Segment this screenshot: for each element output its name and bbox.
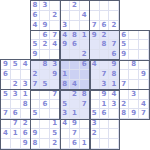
- sudoku-cell-given[interactable]: 9: [1, 60, 11, 70]
- sudoku-cell-empty[interactable]: [139, 90, 149, 100]
- given-digit: 8: [131, 61, 136, 68]
- sudoku-cell-given[interactable]: 7: [109, 40, 119, 50]
- given-digit: 1: [102, 101, 107, 108]
- sudoku-cell-given[interactable]: 9: [129, 109, 139, 119]
- empty-space: [129, 11, 139, 21]
- sudoku-cell-empty[interactable]: [100, 119, 110, 129]
- empty-space: [129, 119, 139, 129]
- sudoku-cell-empty[interactable]: [80, 129, 90, 139]
- given-digit: 8: [42, 61, 47, 68]
- sudoku-cell-empty[interactable]: [139, 50, 149, 60]
- given-digit: 3: [131, 91, 136, 98]
- empty-space: [119, 11, 129, 21]
- sudoku-cell-given[interactable]: 5: [31, 109, 41, 119]
- sudoku-cell-given[interactable]: 5: [50, 129, 60, 139]
- given-digit: 9: [23, 140, 28, 147]
- given-digit: 1: [111, 81, 116, 88]
- given-digit: 5: [13, 61, 18, 68]
- sudoku-cell-given[interactable]: 3: [40, 1, 50, 11]
- sudoku-cell-given[interactable]: 9: [119, 50, 129, 60]
- sudoku-cell-given[interactable]: 7: [50, 31, 60, 41]
- sudoku-cell-empty[interactable]: [60, 90, 70, 100]
- sudoku-cell-given[interactable]: 4: [80, 11, 90, 21]
- sudoku-cell-given[interactable]: 6: [119, 31, 129, 41]
- given-digit: 9: [131, 110, 136, 117]
- empty-space: [21, 50, 31, 60]
- given-digit: 4: [62, 32, 67, 39]
- given-digit: 1: [72, 110, 77, 117]
- sudoku-cell-empty[interactable]: [40, 90, 50, 100]
- given-digit: 3: [62, 22, 67, 29]
- empty-space: [1, 21, 11, 31]
- sudoku-cell-given[interactable]: 2: [80, 50, 90, 60]
- sudoku-cell-empty[interactable]: [60, 60, 70, 70]
- empty-space: [139, 21, 149, 31]
- empty-space: [1, 1, 11, 11]
- sudoku-cell-given[interactable]: 2: [40, 40, 50, 50]
- sudoku-cell-given[interactable]: 9: [50, 70, 60, 80]
- sudoku-cell-given[interactable]: 9: [21, 139, 31, 149]
- given-digit: 9: [3, 61, 8, 68]
- sudoku-cell-empty[interactable]: [80, 1, 90, 11]
- empty-space: [139, 129, 149, 139]
- given-digit: 8: [111, 71, 116, 78]
- sudoku-cell-empty[interactable]: [11, 100, 21, 110]
- empty-space: [129, 1, 139, 11]
- sudoku-cell-given[interactable]: 8: [129, 60, 139, 70]
- empty-space: [129, 21, 139, 31]
- sudoku-cell-empty[interactable]: [90, 90, 100, 100]
- given-digit: 2: [42, 41, 47, 48]
- empty-space: [119, 21, 129, 31]
- given-digit: 2: [52, 140, 57, 147]
- sudoku-cell-given[interactable]: 1: [100, 100, 110, 110]
- given-digit: 1: [52, 120, 57, 127]
- given-digit: 2: [33, 71, 38, 78]
- sudoku-cell-given[interactable]: 7: [11, 119, 21, 129]
- sudoku-cell-empty[interactable]: [109, 109, 119, 119]
- empty-space: [11, 11, 21, 21]
- sudoku-cell-empty[interactable]: [119, 70, 129, 80]
- sudoku-cell-given[interactable]: 6: [31, 11, 41, 21]
- sudoku-cell-empty[interactable]: [40, 109, 50, 119]
- given-digit: 5: [62, 101, 67, 108]
- sudoku-cell-given[interactable]: 2: [119, 100, 129, 110]
- given-digit: 6: [13, 110, 18, 117]
- sudoku-cell-given[interactable]: 8: [60, 80, 70, 90]
- sudoku-cell-given[interactable]: 2: [31, 70, 41, 80]
- sudoku-cell-empty[interactable]: [80, 119, 90, 129]
- sudoku-cell-empty[interactable]: [31, 119, 41, 129]
- given-digit: 6: [111, 51, 116, 58]
- empty-space: [1, 11, 11, 21]
- sudoku-cell-empty[interactable]: [109, 11, 119, 21]
- sudoku-cell-empty[interactable]: [60, 1, 70, 11]
- sudoku-cell-empty[interactable]: [129, 31, 139, 41]
- sudoku-cell-empty[interactable]: [100, 11, 110, 21]
- sudoku-cell-empty[interactable]: [70, 11, 80, 21]
- given-digit: 3: [42, 2, 47, 9]
- sudoku-cell-given[interactable]: 2: [70, 90, 80, 100]
- sudoku-cell-given[interactable]: 6: [11, 109, 21, 119]
- given-digit: 9: [52, 71, 57, 78]
- sudoku-cell-empty[interactable]: [70, 21, 80, 31]
- sudoku-cell-given[interactable]: 4: [139, 100, 149, 110]
- sudoku-cell-given[interactable]: 6: [40, 100, 50, 110]
- sudoku-cell-given[interactable]: 3: [21, 80, 31, 90]
- sudoku-cell-given[interactable]: 1: [50, 119, 60, 129]
- sudoku-cell-given[interactable]: 8: [70, 31, 80, 41]
- sudoku-cell-given[interactable]: 2: [11, 80, 21, 90]
- given-digit: 9: [121, 51, 126, 58]
- sudoku-cell-empty[interactable]: [129, 50, 139, 60]
- sudoku-cell-empty[interactable]: [50, 21, 60, 31]
- empty-space: [1, 50, 11, 60]
- sudoku-cell-empty[interactable]: [129, 80, 139, 90]
- sudoku-cell-given[interactable]: 2: [70, 1, 80, 11]
- sudoku-cell-empty[interactable]: [31, 31, 41, 41]
- given-digit: 7: [72, 130, 77, 137]
- sudoku-cell-given[interactable]: 8: [119, 109, 129, 119]
- given-digit: 6: [42, 32, 47, 39]
- sudoku-cell-empty[interactable]: [60, 50, 70, 60]
- sudoku-cell-given[interactable]: 5: [60, 100, 70, 110]
- given-digit: 8: [62, 81, 67, 88]
- given-digit: 5: [42, 81, 47, 88]
- given-digit: 9: [42, 22, 47, 29]
- sudoku-cell-empty[interactable]: [100, 1, 110, 11]
- sudoku-cell-empty[interactable]: [11, 70, 21, 80]
- sudoku-cell-given[interactable]: 9: [100, 90, 110, 100]
- given-digit: 5: [33, 110, 38, 117]
- given-digit: 7: [141, 110, 146, 117]
- empty-space: [139, 11, 149, 21]
- sudoku-cell-given[interactable]: 6: [100, 21, 110, 31]
- sudoku-cell-given[interactable]: 8: [31, 1, 41, 11]
- sudoku-cell-given[interactable]: 6: [40, 31, 50, 41]
- given-digit: 4: [3, 130, 8, 137]
- given-digit: 4: [33, 22, 38, 29]
- sudoku-cell-given[interactable]: 9: [109, 60, 119, 70]
- sudoku-cell-given[interactable]: 9: [90, 31, 100, 41]
- sudoku-cell-empty[interactable]: [90, 40, 100, 50]
- sudoku-cell-given[interactable]: 4: [60, 31, 70, 41]
- sudoku-cell-empty[interactable]: [129, 100, 139, 110]
- sudoku-cell-empty[interactable]: [50, 100, 60, 110]
- sudoku-cell-empty[interactable]: [40, 70, 50, 80]
- given-digit: 7: [3, 110, 8, 117]
- sudoku-cell-empty[interactable]: [109, 31, 119, 41]
- sudoku-cell-given[interactable]: 4: [60, 119, 70, 129]
- given-digit: 3: [111, 101, 116, 108]
- given-digit: 9: [72, 120, 77, 127]
- sudoku-cell-given[interactable]: 6: [70, 40, 80, 50]
- sudoku-cell-given[interactable]: 9: [40, 21, 50, 31]
- sudoku-cell-given[interactable]: 3: [109, 100, 119, 110]
- sudoku-cell-given[interactable]: 4: [109, 90, 119, 100]
- sudoku-cell-given[interactable]: 9: [31, 50, 41, 60]
- sudoku-cell-empty[interactable]: [80, 70, 90, 80]
- sudoku-cell-empty[interactable]: [70, 70, 80, 80]
- sudoku-cell-given[interactable]: 5: [11, 60, 21, 70]
- sudoku-cell-given[interactable]: 1: [109, 80, 119, 90]
- sudoku-cell-given[interactable]: 5: [90, 109, 100, 119]
- sudoku-cell-empty[interactable]: [21, 70, 31, 80]
- sudoku-cell-given[interactable]: 7: [31, 80, 41, 90]
- sudoku-cell-given[interactable]: 2: [109, 21, 119, 31]
- sudoku-cell-empty[interactable]: [139, 31, 149, 41]
- given-digit: 2: [102, 32, 107, 39]
- empty-space: [11, 1, 21, 11]
- sudoku-cell-given[interactable]: 8: [21, 100, 31, 110]
- given-digit: 9: [62, 41, 67, 48]
- given-digit: 5: [121, 41, 126, 48]
- sudoku-cell-empty[interactable]: [90, 70, 100, 80]
- sudoku-cell-given[interactable]: 4: [31, 21, 41, 31]
- sudoku-cell-empty[interactable]: [60, 129, 70, 139]
- given-digit: 6: [42, 101, 47, 108]
- sudoku-cell-empty[interactable]: [129, 40, 139, 50]
- given-digit: 4: [111, 91, 116, 98]
- sudoku-cell-given[interactable]: 4: [21, 60, 31, 70]
- given-digit: 4: [72, 81, 77, 88]
- sudoku-cell-given[interactable]: 9: [70, 119, 80, 129]
- sudoku-cell-given[interactable]: 3: [50, 60, 60, 70]
- empty-space: [11, 21, 21, 31]
- sudoku-cell-given[interactable]: 5: [119, 40, 129, 50]
- empty-space: [21, 21, 31, 31]
- sudoku-cell-empty[interactable]: [1, 139, 11, 149]
- sudoku-cell-given[interactable]: 2: [50, 139, 60, 149]
- sudoku-cell-empty[interactable]: [109, 139, 119, 149]
- empty-space: [129, 139, 139, 149]
- sudoku-cell-empty[interactable]: [60, 139, 70, 149]
- given-digit: 3: [23, 81, 28, 88]
- given-digit: 2: [72, 2, 77, 9]
- empty-space: [11, 31, 21, 41]
- sudoku-cell-empty[interactable]: [40, 11, 50, 21]
- given-digit: 1: [13, 130, 18, 137]
- sudoku-cell-given[interactable]: 7: [100, 70, 110, 80]
- sudoku-cell-empty[interactable]: [1, 80, 11, 90]
- sudoku-cell-given[interactable]: 1: [80, 139, 90, 149]
- sudoku-cell-given[interactable]: 8: [100, 40, 110, 50]
- sudoku-cell-given[interactable]: 7: [119, 80, 129, 90]
- sudoku-cell-empty[interactable]: [119, 90, 129, 100]
- sudoku-cell-empty[interactable]: [139, 60, 149, 70]
- sudoku-cell-given[interactable]: 1: [60, 70, 70, 80]
- sudoku-cell-given[interactable]: 2: [100, 31, 110, 41]
- given-digit: 6: [121, 32, 126, 39]
- empty-space: [119, 129, 129, 139]
- sudoku-cell-empty[interactable]: [80, 21, 90, 31]
- empty-space: [119, 1, 129, 11]
- sudoku-cell-empty[interactable]: [40, 50, 50, 60]
- sudoku-cell-empty[interactable]: [100, 60, 110, 70]
- empty-space: [1, 31, 11, 41]
- sudoku-cell-given[interactable]: 7: [90, 21, 100, 31]
- sudoku-cell-empty[interactable]: [80, 80, 90, 90]
- sudoku-cell-given[interactable]: 7: [70, 129, 80, 139]
- sudoku-cell-given[interactable]: 7: [50, 90, 60, 100]
- sudoku-cell-given[interactable]: 1: [70, 109, 80, 119]
- sudoku-cell-empty[interactable]: [100, 50, 110, 60]
- sudoku-cell-given[interactable]: 4: [50, 40, 60, 50]
- sudoku-cell-empty[interactable]: [11, 139, 21, 149]
- given-digit: 3: [13, 91, 18, 98]
- sudoku-cell-empty[interactable]: [100, 129, 110, 139]
- sudoku-cell-given[interactable]: 3: [129, 90, 139, 100]
- sudoku-cell-given[interactable]: 6: [80, 60, 90, 70]
- sudoku-cell-empty[interactable]: [50, 109, 60, 119]
- sudoku-cell-empty[interactable]: [119, 60, 129, 70]
- sudoku-cell-empty[interactable]: [80, 109, 90, 119]
- sudoku-cell-given[interactable]: 4: [70, 80, 80, 90]
- given-digit: 1: [82, 32, 87, 39]
- sudoku-cell-empty[interactable]: [50, 80, 60, 90]
- sudoku-cell-empty[interactable]: [50, 50, 60, 60]
- given-digit: 6: [102, 22, 107, 29]
- sudoku-cell-empty[interactable]: [31, 100, 41, 110]
- sudoku-cell-empty[interactable]: [90, 139, 100, 149]
- sudoku-cell-given[interactable]: 2: [90, 129, 100, 139]
- given-digit: 2: [111, 22, 116, 29]
- empty-space: [11, 50, 21, 60]
- given-digit: 5: [33, 41, 38, 48]
- empty-space: [119, 139, 129, 149]
- sudoku-cell-given[interactable]: 7: [139, 109, 149, 119]
- given-digit: 7: [92, 22, 97, 29]
- given-digit: 9: [111, 61, 116, 68]
- sudoku-cell-given[interactable]: 5: [40, 80, 50, 90]
- given-digit: 8: [72, 32, 77, 39]
- given-digit: 2: [121, 101, 126, 108]
- given-digit: 1: [62, 71, 67, 78]
- sudoku-cell-empty[interactable]: [31, 60, 41, 70]
- sudoku-cell-empty[interactable]: [40, 139, 50, 149]
- sudoku-cell-empty[interactable]: [70, 50, 80, 60]
- sudoku-cell-empty[interactable]: [90, 1, 100, 11]
- given-digit: 5: [92, 110, 97, 117]
- sudoku-cell-given[interactable]: 1: [11, 129, 21, 139]
- sudoku-cell-given[interactable]: 9: [60, 40, 70, 50]
- sudoku-cell-empty[interactable]: [109, 1, 119, 11]
- given-digit: 3: [52, 61, 57, 68]
- sudoku-cell-given[interactable]: 9: [139, 70, 149, 80]
- sudoku-board: 8326244937626748192652496875926995483649…: [1, 1, 150, 150]
- given-digit: 4: [23, 61, 28, 68]
- given-digit: 2: [13, 81, 18, 88]
- given-digit: 9: [141, 71, 146, 78]
- sudoku-cell-given[interactable]: 8: [31, 139, 41, 149]
- given-digit: 2: [23, 120, 28, 127]
- given-digit: 7: [111, 41, 116, 48]
- given-digit: 2: [72, 91, 77, 98]
- sudoku-cell-empty[interactable]: [90, 100, 100, 110]
- sudoku-cell-given[interactable]: 8: [80, 90, 90, 100]
- sudoku-cell-empty[interactable]: [70, 100, 80, 110]
- given-digit: 7: [121, 81, 126, 88]
- sudoku-cell-given[interactable]: 1: [80, 31, 90, 41]
- sudoku-cell-given[interactable]: 3: [60, 109, 70, 119]
- empty-space: [139, 119, 149, 129]
- given-digit: 4: [141, 101, 146, 108]
- sudoku-cell-empty[interactable]: [1, 100, 11, 110]
- sudoku-cell-empty[interactable]: [100, 139, 110, 149]
- sudoku-cell-given[interactable]: 6: [100, 109, 110, 119]
- sudoku-cell-empty[interactable]: [129, 70, 139, 80]
- given-digit: 9: [33, 130, 38, 137]
- sudoku-cell-given[interactable]: 2: [21, 119, 31, 129]
- sudoku-cell-given[interactable]: 7: [80, 100, 90, 110]
- sudoku-cell-empty[interactable]: [1, 119, 11, 129]
- sudoku-cell-given[interactable]: 3: [60, 21, 70, 31]
- sudoku-cell-empty[interactable]: [90, 80, 100, 90]
- sudoku-cell-empty[interactable]: [90, 50, 100, 60]
- sudoku-cell-empty[interactable]: [21, 109, 31, 119]
- given-digit: 6: [3, 71, 8, 78]
- sudoku-cell-empty[interactable]: [31, 90, 41, 100]
- empty-space: [119, 119, 129, 129]
- given-digit: 5: [3, 91, 8, 98]
- sudoku-cell-empty[interactable]: [80, 40, 90, 50]
- given-digit: 9: [92, 32, 97, 39]
- sudoku-cell-given[interactable]: 3: [100, 80, 110, 90]
- empty-space: [21, 40, 31, 50]
- given-digit: 6: [72, 41, 77, 48]
- given-digit: 4: [82, 12, 87, 19]
- sudoku-cell-given[interactable]: 1: [21, 90, 31, 100]
- sudoku-cell-given[interactable]: 6: [70, 139, 80, 149]
- sudoku-cell-empty[interactable]: [109, 129, 119, 139]
- given-digit: 2: [52, 12, 57, 19]
- sudoku-cell-given[interactable]: 3: [90, 119, 100, 129]
- sudoku-cell-given[interactable]: 3: [11, 90, 21, 100]
- sudoku-cell-empty[interactable]: [70, 60, 80, 70]
- sudoku-cell-empty[interactable]: [109, 119, 119, 129]
- sudoku-cell-given[interactable]: 4: [90, 60, 100, 70]
- sudoku-cell-empty[interactable]: [139, 80, 149, 90]
- sudoku-cell-given[interactable]: 8: [40, 60, 50, 70]
- sudoku-cell-empty[interactable]: [139, 40, 149, 50]
- empty-space: [21, 1, 31, 11]
- given-digit: 3: [102, 81, 107, 88]
- sudoku-cell-given[interactable]: 7: [1, 109, 11, 119]
- sudoku-cell-empty[interactable]: [60, 11, 70, 21]
- given-digit: 3: [92, 120, 97, 127]
- sudoku-cell-given[interactable]: 5: [1, 90, 11, 100]
- sudoku-cell-given[interactable]: 6: [109, 50, 119, 60]
- sudoku-cell-empty[interactable]: [40, 129, 50, 139]
- sudoku-cell-empty[interactable]: [50, 1, 60, 11]
- sudoku-cell-given[interactable]: 5: [31, 40, 41, 50]
- given-digit: 6: [82, 61, 87, 68]
- given-digit: 8: [82, 91, 87, 98]
- given-digit: 5: [52, 130, 57, 137]
- sudoku-cell-given[interactable]: 4: [1, 129, 11, 139]
- sudoku-cell-given[interactable]: 8: [109, 70, 119, 80]
- sudoku-cell-given[interactable]: 6: [1, 70, 11, 80]
- sudoku-cell-given[interactable]: 6: [21, 129, 31, 139]
- empty-space: [11, 40, 21, 50]
- sudoku-cell-given[interactable]: 2: [50, 11, 60, 21]
- sudoku-cell-empty[interactable]: [90, 11, 100, 21]
- sudoku-cell-given[interactable]: 9: [31, 129, 41, 139]
- sudoku-cell-empty[interactable]: [40, 119, 50, 129]
- given-digit: 7: [33, 81, 38, 88]
- given-digit: 1: [23, 91, 28, 98]
- given-digit: 6: [33, 12, 38, 19]
